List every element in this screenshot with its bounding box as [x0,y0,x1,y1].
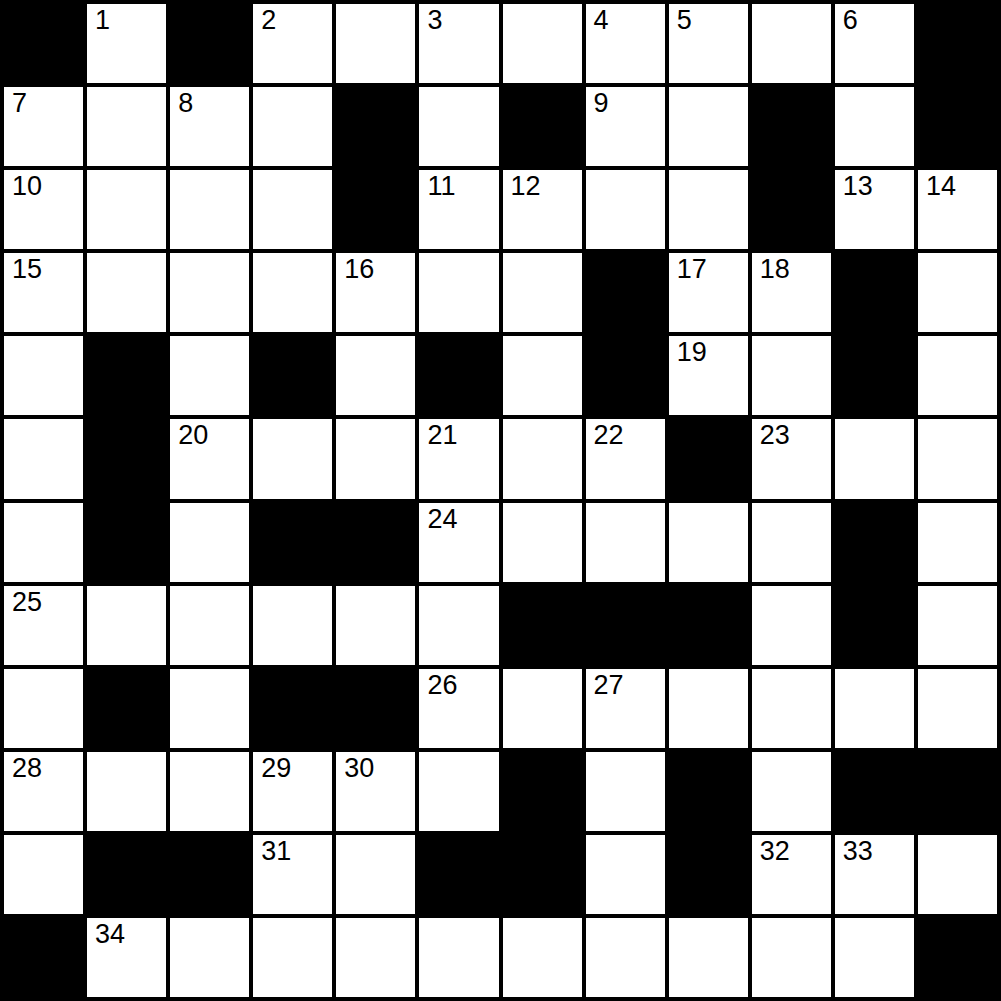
white-cell-r5c4[interactable] [336,419,415,498]
black-cell-r10c2 [170,835,249,914]
white-cell-r11c1[interactable]: 34 [87,918,166,997]
white-cell-r11c10[interactable] [835,918,914,997]
white-cell-r10c9[interactable]: 32 [752,835,831,914]
black-cell-r4c5 [419,336,498,415]
clue-number-10: 10 [12,171,42,202]
white-cell-r11c7[interactable] [586,918,665,997]
white-cell-r10c3[interactable]: 31 [253,835,332,914]
white-cell-r0c6[interactable] [503,4,582,83]
clue-number-11: 11 [427,171,455,202]
black-cell-r7c7 [586,586,665,665]
black-cell-r7c10 [835,586,914,665]
white-cell-r5c3[interactable] [253,419,332,498]
clue-number-4: 4 [594,5,609,36]
white-cell-r3c0[interactable]: 15 [4,253,83,332]
black-cell-r8c4 [336,669,415,748]
clue-number-24: 24 [427,504,457,535]
black-cell-r10c5 [419,835,498,914]
clue-number-32: 32 [760,836,790,867]
white-cell-r9c5[interactable] [419,752,498,831]
white-cell-r7c2[interactable] [170,586,249,665]
white-cell-r7c3[interactable] [253,586,332,665]
black-cell-r8c3 [253,669,332,748]
clue-number-9: 9 [594,88,609,119]
white-cell-r10c10[interactable]: 33 [835,835,914,914]
clue-number-14: 14 [926,171,956,202]
white-cell-r2c0[interactable]: 10 [4,170,83,249]
white-cell-r9c0[interactable]: 28 [4,752,83,831]
white-cell-r1c2[interactable]: 8 [170,87,249,166]
black-cell-r10c8 [669,835,748,914]
white-cell-r7c4[interactable] [336,586,415,665]
white-cell-r11c5[interactable] [419,918,498,997]
clue-number-2: 2 [261,5,276,36]
white-cell-r0c3[interactable]: 2 [253,4,332,83]
clue-number-21: 21 [427,420,457,451]
white-cell-r9c2[interactable] [170,752,249,831]
white-cell-r4c6[interactable] [503,336,582,415]
white-cell-r6c7[interactable] [586,503,665,582]
black-cell-r10c6 [503,835,582,914]
black-cell-r9c10 [835,752,914,831]
white-cell-r8c6[interactable] [503,669,582,748]
black-cell-r1c6 [503,87,582,166]
black-cell-r0c11 [918,4,997,83]
white-cell-r8c2[interactable] [170,669,249,748]
white-cell-r2c8[interactable] [669,170,748,249]
white-cell-r0c1[interactable]: 1 [87,4,166,83]
white-cell-r2c7[interactable] [586,170,665,249]
white-cell-r1c0[interactable]: 7 [4,87,83,166]
clue-number-18: 18 [760,254,790,285]
white-cell-r3c2[interactable] [170,253,249,332]
clue-number-17: 17 [677,254,707,285]
clue-number-1: 1 [95,5,110,36]
white-cell-r0c4[interactable] [336,4,415,83]
white-cell-r1c8[interactable] [669,87,748,166]
clue-number-26: 26 [427,670,457,701]
white-cell-r7c0[interactable]: 25 [4,586,83,665]
white-cell-r9c4[interactable]: 30 [336,752,415,831]
white-cell-r8c9[interactable] [752,669,831,748]
white-cell-r5c11[interactable] [918,419,997,498]
black-cell-r11c11 [918,918,997,997]
white-cell-r4c11[interactable] [918,336,997,415]
clue-number-12: 12 [511,171,541,202]
white-cell-r9c3[interactable]: 29 [253,752,332,831]
white-cell-r1c10[interactable] [835,87,914,166]
white-cell-r1c1[interactable] [87,87,166,166]
white-cell-r2c6[interactable]: 12 [503,170,582,249]
white-cell-r4c2[interactable] [170,336,249,415]
clue-number-13: 13 [843,171,873,202]
clue-number-19: 19 [677,337,707,368]
clue-number-31: 31 [261,836,291,867]
clue-number-3: 3 [427,5,442,36]
black-cell-r5c1 [87,419,166,498]
white-cell-r2c1[interactable] [87,170,166,249]
white-cell-r3c4[interactable]: 16 [336,253,415,332]
white-cell-r11c6[interactable] [503,918,582,997]
clue-number-29: 29 [261,753,291,784]
white-cell-r3c5[interactable] [419,253,498,332]
white-cell-r7c1[interactable] [87,586,166,665]
white-cell-r3c11[interactable] [918,253,997,332]
black-cell-r1c4 [336,87,415,166]
white-cell-r8c7[interactable]: 27 [586,669,665,748]
black-cell-r9c11 [918,752,997,831]
clue-number-8: 8 [178,88,193,119]
clue-number-33: 33 [843,836,873,867]
black-cell-r7c6 [503,586,582,665]
white-cell-r5c2[interactable]: 20 [170,419,249,498]
white-cell-r6c9[interactable] [752,503,831,582]
black-cell-r2c4 [336,170,415,249]
black-cell-r2c9 [752,170,831,249]
white-cell-r0c8[interactable]: 5 [669,4,748,83]
white-cell-r6c2[interactable] [170,503,249,582]
white-cell-r5c9[interactable]: 23 [752,419,831,498]
white-cell-r2c11[interactable]: 14 [918,170,997,249]
clue-number-22: 22 [594,420,624,451]
clue-number-23: 23 [760,420,790,451]
white-cell-r0c10[interactable]: 6 [835,4,914,83]
white-cell-r1c5[interactable] [419,87,498,166]
white-cell-r11c8[interactable] [669,918,748,997]
white-cell-r7c9[interactable] [752,586,831,665]
white-cell-r3c3[interactable] [253,253,332,332]
clue-number-27: 27 [594,670,624,701]
white-cell-r5c6[interactable] [503,419,582,498]
black-cell-r3c10 [835,253,914,332]
black-cell-r5c8 [669,419,748,498]
white-cell-r10c0[interactable] [4,835,83,914]
clue-number-5: 5 [677,5,692,36]
white-cell-r11c4[interactable] [336,918,415,997]
white-cell-r8c0[interactable] [4,669,83,748]
clue-number-20: 20 [178,420,208,451]
white-cell-r0c9[interactable] [752,4,831,83]
white-cell-r3c8[interactable]: 17 [669,253,748,332]
black-cell-r6c3 [253,503,332,582]
black-cell-r4c7 [586,336,665,415]
white-cell-r8c10[interactable] [835,669,914,748]
white-cell-r9c1[interactable] [87,752,166,831]
black-cell-r0c0 [4,4,83,83]
black-cell-r0c2 [170,4,249,83]
black-cell-r1c11 [918,87,997,166]
white-cell-r6c11[interactable] [918,503,997,582]
clue-number-34: 34 [95,919,125,950]
black-cell-r4c1 [87,336,166,415]
white-cell-r0c5[interactable]: 3 [419,4,498,83]
white-cell-r9c7[interactable] [586,752,665,831]
white-cell-r10c7[interactable] [586,835,665,914]
black-cell-r6c1 [87,503,166,582]
white-cell-r1c3[interactable] [253,87,332,166]
white-cell-r11c9[interactable] [752,918,831,997]
black-cell-r9c8 [669,752,748,831]
white-cell-r4c4[interactable] [336,336,415,415]
white-cell-r8c8[interactable] [669,669,748,748]
white-cell-r2c5[interactable]: 11 [419,170,498,249]
clue-number-25: 25 [12,587,42,618]
white-cell-r5c0[interactable] [4,419,83,498]
black-cell-r1c9 [752,87,831,166]
white-cell-r4c0[interactable] [4,336,83,415]
white-cell-r10c11[interactable] [918,835,997,914]
black-cell-r6c4 [336,503,415,582]
black-cell-r4c3 [253,336,332,415]
white-cell-r8c11[interactable] [918,669,997,748]
white-cell-r3c1[interactable] [87,253,166,332]
white-cell-r7c5[interactable] [419,586,498,665]
white-cell-r4c9[interactable] [752,336,831,415]
white-cell-r10c4[interactable] [336,835,415,914]
white-cell-r5c10[interactable] [835,419,914,498]
black-cell-r9c6 [503,752,582,831]
white-cell-r2c2[interactable] [170,170,249,249]
black-cell-r3c7 [586,253,665,332]
clue-number-30: 30 [344,753,374,784]
white-cell-r11c2[interactable] [170,918,249,997]
clue-number-16: 16 [344,254,374,285]
clue-number-28: 28 [12,753,42,784]
clue-number-15: 15 [12,254,42,285]
clue-number-7: 7 [12,88,27,119]
white-cell-r3c9[interactable]: 18 [752,253,831,332]
crossword-board: 1234567891011121314151617181920212223242… [0,0,1001,1001]
black-cell-r7c8 [669,586,748,665]
white-cell-r4c8[interactable]: 19 [669,336,748,415]
white-cell-r7c11[interactable] [918,586,997,665]
white-cell-r2c3[interactable] [253,170,332,249]
white-cell-r6c5[interactable]: 24 [419,503,498,582]
white-cell-r8c5[interactable]: 26 [419,669,498,748]
white-cell-r11c3[interactable] [253,918,332,997]
black-cell-r8c1 [87,669,166,748]
black-cell-r6c10 [835,503,914,582]
black-cell-r4c10 [835,336,914,415]
white-cell-r5c5[interactable]: 21 [419,419,498,498]
white-cell-r6c0[interactable] [4,503,83,582]
white-cell-r9c9[interactable] [752,752,831,831]
white-cell-r1c7[interactable]: 9 [586,87,665,166]
clue-number-6: 6 [843,5,858,36]
white-cell-r3c6[interactable] [503,253,582,332]
white-cell-r6c8[interactable] [669,503,748,582]
black-cell-r10c1 [87,835,166,914]
white-cell-r0c7[interactable]: 4 [586,4,665,83]
white-cell-r6c6[interactable] [503,503,582,582]
white-cell-r2c10[interactable]: 13 [835,170,914,249]
white-cell-r5c7[interactable]: 22 [586,419,665,498]
black-cell-r11c0 [4,918,83,997]
